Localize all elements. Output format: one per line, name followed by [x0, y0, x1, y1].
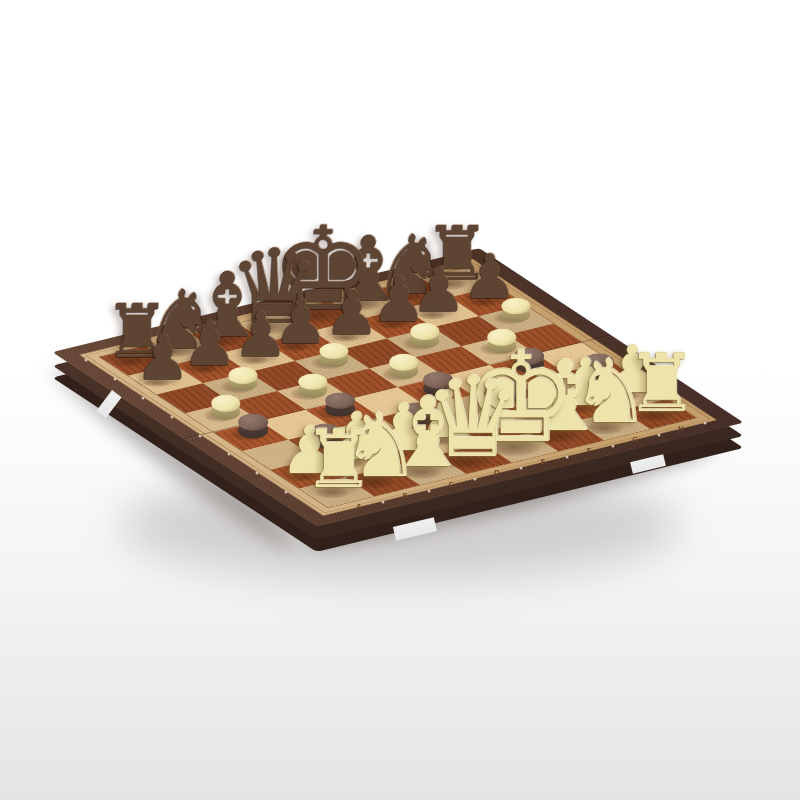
- checker-top: [298, 374, 327, 391]
- checker-cream-d6[interactable]: [320, 343, 349, 367]
- checker-cream-f6[interactable]: [411, 324, 440, 348]
- checker-cream-b6[interactable]: [229, 367, 258, 391]
- checker-top: [389, 354, 418, 371]
- piece-dark-pawn-a7[interactable]: ♟: [135, 327, 190, 388]
- piece-dark-pawn-f7[interactable]: ♟: [371, 269, 426, 330]
- checker-cream-a5[interactable]: [211, 395, 240, 420]
- chess-set-photo: ABCDEFGH♜♞♝♛♚♝♞♜♟♟♟♟♟♟♟♟♟♟♟♟♟♟♟♟♜♞♝♛♚♝♞♜: [0, 0, 800, 800]
- piece-dark-pawn-b7[interactable]: ♟: [182, 314, 237, 375]
- checker-brown-a4[interactable]: [238, 414, 268, 439]
- checker-top: [238, 414, 268, 431]
- checker-cream-c5[interactable]: [298, 374, 327, 399]
- piece-dark-pawn-e7[interactable]: ♟: [324, 282, 379, 343]
- checker-top: [211, 395, 240, 412]
- piece-light-rook-a1[interactable]: ♜: [303, 420, 375, 500]
- piece-dark-pawn-c7[interactable]: ♟: [233, 305, 288, 366]
- checker-cream-h6[interactable]: [502, 298, 531, 322]
